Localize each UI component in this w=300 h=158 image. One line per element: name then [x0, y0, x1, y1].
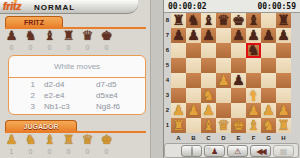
fritz-app-screen: fritz ★ NORMAL FRITZ ♟0♞0♝0♜0♛0♚0 White …	[0, 0, 300, 158]
white-p-piece: ♟	[216, 73, 231, 88]
square-h5[interactable]	[276, 58, 291, 73]
square-b3[interactable]	[186, 88, 201, 103]
black-r-piece: ♜	[276, 13, 291, 28]
square-c5[interactable]	[201, 58, 216, 73]
jugador-captured-tray: ♟1♞0♝0♜0♛0♚0	[2, 133, 148, 158]
square-h2[interactable]: ♟	[276, 103, 291, 118]
square-g3[interactable]	[261, 88, 276, 103]
square-b6[interactable]	[186, 43, 201, 58]
square-g4[interactable]	[261, 73, 276, 88]
black-p-piece: ♟	[186, 28, 201, 43]
rank-label-2: 2	[164, 103, 171, 118]
white-p-piece: ♟	[201, 103, 216, 118]
white-r-piece: ♜	[171, 118, 186, 133]
black-b-piece: ♝	[246, 13, 261, 28]
rook-icon: ♜	[59, 133, 78, 147]
fritz-captured-tray: ♟0♞0♝0♜0♛0♚0	[2, 29, 148, 55]
queen-icon: ♛	[78, 133, 97, 147]
black-clock: 00:00:59	[257, 2, 296, 11]
rank-label-7: 7	[164, 28, 171, 43]
black-p-piece: ♟	[231, 28, 246, 43]
hint-arrow-icon	[250, 90, 257, 101]
file-label-F: F	[246, 133, 261, 143]
captured-pawn-column: ♟0	[2, 29, 21, 55]
square-c7[interactable]: ♟	[201, 28, 216, 43]
square-a2[interactable]: ♟	[171, 103, 186, 118]
captured-bishop-column: ♝0	[40, 133, 59, 158]
square-g1[interactable]: ♞	[261, 118, 276, 133]
hint-button[interactable]: ♟↷	[204, 145, 225, 157]
mode-label: NORMAL	[34, 3, 75, 12]
square-a6[interactable]	[171, 43, 186, 58]
square-b4[interactable]	[186, 73, 201, 88]
rewind-icon: ◀◀	[251, 147, 270, 156]
captured-queen-column: ♛0	[78, 29, 97, 55]
pawn-captured-count: 0	[2, 43, 21, 52]
square-e8[interactable]: ♚	[231, 13, 246, 28]
title-bar: fritz ★ NORMAL	[0, 0, 138, 14]
square-g5[interactable]	[261, 58, 276, 73]
rook-icon: ♜	[59, 29, 78, 43]
white-r-piece: ♜	[276, 118, 291, 133]
square-d3[interactable]	[216, 88, 231, 103]
move-panel-title: White moves	[9, 62, 145, 71]
rank-label-1: 1	[164, 118, 171, 133]
white-move: Nb1-c3	[44, 102, 70, 111]
rank-label-4: 4	[164, 73, 171, 88]
white-n-piece: ♞	[201, 88, 216, 103]
black-k-piece: ♚	[231, 13, 246, 28]
square-d7[interactable]	[216, 28, 231, 43]
square-h8[interactable]: ♜	[276, 13, 291, 28]
pawn-icon: ♟	[2, 133, 21, 147]
square-a3[interactable]	[171, 88, 186, 103]
rank-label-6: 6	[164, 43, 171, 58]
chat-bubble-icon	[191, 145, 193, 158]
file-label-D: D	[216, 133, 231, 143]
move-list: 1d2-d4d7-d52e2-e4d5xe43Nb1-c3Ng8-f6	[9, 80, 145, 113]
logo-star-icon: ★	[13, 0, 18, 4]
captured-bishop-column: ♝0	[40, 29, 59, 55]
square-e2[interactable]	[231, 103, 246, 118]
square-h3[interactable]	[276, 88, 291, 103]
black-move: d7-d5	[96, 80, 116, 89]
captured-knight-column: ♞0	[21, 133, 40, 158]
knight-icon: ♞	[21, 133, 40, 147]
captured-knight-column: ♞0	[21, 29, 40, 55]
knight-icon: ♞	[21, 29, 40, 43]
captured-rook-column: ♜0	[59, 133, 78, 158]
square-b2[interactable]: ♟	[186, 103, 201, 118]
square-b8[interactable]: ♞	[186, 13, 201, 28]
square-a4[interactable]	[171, 73, 186, 88]
square-e7[interactable]: ♟	[231, 28, 246, 43]
chat-button[interactable]	[181, 145, 202, 157]
warning-icon: ⚠	[228, 147, 247, 156]
square-a1[interactable]: ♜	[171, 118, 186, 133]
square-g2[interactable]: ♟	[261, 103, 276, 118]
knight-captured-count: 0	[21, 147, 40, 156]
square-e1[interactable]: ♚	[231, 118, 246, 133]
square-f6[interactable]: ♞	[246, 43, 261, 58]
white-b-piece: ♝	[246, 118, 261, 133]
square-d8[interactable]: ♛	[216, 13, 231, 28]
square-c4[interactable]	[201, 73, 216, 88]
black-move: d5xe4	[96, 91, 118, 100]
white-q-piece: ♛	[216, 118, 231, 133]
white-move: e2-e4	[44, 91, 64, 100]
square-e4[interactable]: ♟	[231, 73, 246, 88]
file-label-H: H	[276, 133, 291, 143]
square-h1[interactable]: ♜	[276, 118, 291, 133]
file-label-G: G	[261, 133, 276, 143]
square-a5[interactable]	[171, 58, 186, 73]
takeback-button[interactable]: ◀◀	[250, 145, 271, 157]
square-c3[interactable]: ♞	[201, 88, 216, 103]
hint-pawn-icon: ♟↷	[205, 147, 224, 156]
captured-king-column: ♚0	[97, 133, 116, 158]
white-b-piece: ♝	[201, 118, 216, 133]
square-e3[interactable]	[231, 88, 246, 103]
white-p-piece: ♟	[186, 103, 201, 118]
white-n-piece: ♞	[261, 118, 276, 133]
square-d2[interactable]	[216, 103, 231, 118]
square-a7[interactable]: ♟	[171, 28, 186, 43]
captured-rook-column: ♜0	[59, 29, 78, 55]
square-f2[interactable]: ♟	[246, 103, 261, 118]
rank-labels: 87654321	[164, 13, 171, 133]
square-f8[interactable]: ♝	[246, 13, 261, 28]
rank-label-8: 8	[164, 13, 171, 28]
white-p-piece: ♟	[261, 103, 276, 118]
square-b1[interactable]	[186, 118, 201, 133]
board-grid-icon: ▦	[274, 147, 293, 156]
square-h6[interactable]	[276, 43, 291, 58]
king-captured-count: 0	[97, 147, 116, 156]
square-d1[interactable]: ♛	[216, 118, 231, 133]
black-n-piece: ♞	[186, 13, 201, 28]
king-icon: ♚	[97, 29, 116, 43]
square-f5[interactable]	[246, 58, 261, 73]
black-q-piece: ♛	[216, 13, 231, 28]
black-p-piece: ♟	[261, 28, 276, 43]
rook-captured-count: 0	[59, 147, 78, 156]
square-f7[interactable]: ♟	[246, 28, 261, 43]
black-move: Ng8-f6	[96, 102, 120, 111]
pawn-icon: ♟	[2, 29, 21, 43]
black-n-piece: ♞	[246, 43, 261, 58]
file-labels: ABCDEFGH	[171, 133, 291, 143]
pawn-captured-count: 1	[2, 147, 21, 156]
square-f1[interactable]: ♝	[246, 118, 261, 133]
square-e6[interactable]	[231, 43, 246, 58]
square-h4[interactable]	[276, 73, 291, 88]
move-list-panel: White moves 1d2-d4d7-d52e2-e4d5xe43Nb1-c…	[8, 55, 146, 115]
bishop-captured-count: 0	[40, 147, 59, 156]
file-label-A: A	[171, 133, 186, 143]
white-p-piece: ♟	[276, 103, 291, 118]
square-e5[interactable]	[231, 58, 246, 73]
black-r-piece: ♜	[171, 13, 186, 28]
move-number: 2	[23, 91, 35, 100]
square-b7[interactable]: ♟	[186, 28, 201, 43]
move-panel-separator	[9, 77, 145, 78]
rook-captured-count: 0	[59, 43, 78, 52]
white-p-piece: ♟	[171, 103, 186, 118]
board-view-button[interactable]: ▦	[273, 145, 294, 157]
black-p-piece: ♟	[201, 28, 216, 43]
move-number: 1	[23, 80, 35, 89]
black-b-piece: ♝	[201, 13, 216, 28]
white-clock: 00:00:02	[168, 2, 207, 11]
square-g7[interactable]: ♟	[261, 28, 276, 43]
queen-icon: ♛	[78, 29, 97, 43]
white-k-piece: ♚	[231, 118, 246, 133]
move-number: 3	[23, 102, 35, 111]
move-row-3: 3Nb1-c3Ng8-f6	[9, 102, 145, 113]
square-c1[interactable]: ♝	[201, 118, 216, 133]
square-d6[interactable]	[216, 43, 231, 58]
king-captured-count: 0	[97, 43, 116, 52]
square-d4[interactable]: ♟	[216, 73, 231, 88]
bishop-icon: ♝	[40, 133, 59, 147]
left-panel: fritz ★ NORMAL FRITZ ♟0♞0♝0♜0♛0♚0 White …	[0, 0, 151, 158]
file-label-C: C	[201, 133, 216, 143]
black-p-piece: ♟	[231, 73, 246, 88]
panel-divider	[151, 0, 164, 158]
bishop-captured-count: 0	[40, 43, 59, 52]
queen-captured-count: 0	[78, 147, 97, 156]
square-d5[interactable]	[216, 58, 231, 73]
square-g6[interactable]	[261, 43, 276, 58]
black-p-piece: ♟	[276, 28, 291, 43]
bishop-icon: ♝	[40, 29, 59, 43]
rank-label-3: 3	[164, 88, 171, 103]
queen-captured-count: 0	[78, 43, 97, 52]
square-h7[interactable]: ♟	[276, 28, 291, 43]
square-c8[interactable]: ♝	[201, 13, 216, 28]
king-icon: ♚	[97, 133, 116, 147]
square-c2[interactable]: ♟	[201, 103, 216, 118]
knight-captured-count: 0	[21, 43, 40, 52]
square-f4[interactable]	[246, 73, 261, 88]
black-p-piece: ♟	[246, 28, 261, 43]
captured-pawn-column: ♟1	[2, 133, 21, 158]
move-row-1: 1d2-d4d7-d5	[9, 80, 145, 91]
square-b5[interactable]	[186, 58, 201, 73]
square-c6[interactable]	[201, 43, 216, 58]
move-row-2: 2e2-e4d5xe4	[9, 91, 145, 102]
white-move: d2-d4	[44, 80, 64, 89]
square-g8[interactable]	[261, 13, 276, 28]
file-label-E: E	[231, 133, 246, 143]
white-p-piece: ♟	[246, 103, 261, 118]
chess-board[interactable]: ♜♞♝♛♚♝♜♟♟♟♟♟♟♟♞♟♟♞♟♟♟♟♟♟♜♝♛♚♝♞♜	[171, 13, 291, 133]
rank-label-5: 5	[164, 58, 171, 73]
square-f3[interactable]	[246, 88, 261, 103]
square-a8[interactable]: ♜	[171, 13, 186, 28]
file-label-B: B	[186, 133, 201, 143]
captured-king-column: ♚0	[97, 29, 116, 55]
warning-button[interactable]: ⚠	[227, 145, 248, 157]
toolbar: ♟↷ ⚠ ◀◀ ▦	[164, 143, 299, 158]
captured-queen-column: ♛0	[78, 133, 97, 158]
board-panel: 00:00:02 00:00:59 87654321 ♜♞♝♛♚♝♜♟♟♟♟♟♟…	[164, 0, 300, 158]
black-p-piece: ♟	[171, 28, 186, 43]
